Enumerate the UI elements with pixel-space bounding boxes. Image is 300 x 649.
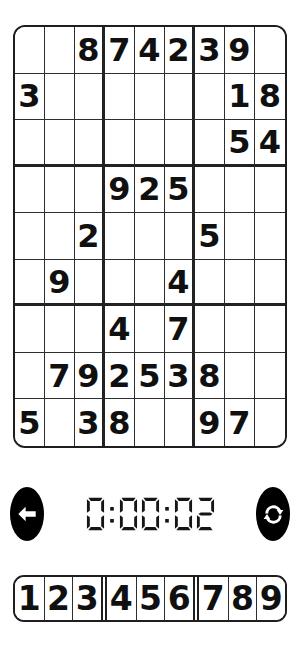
cell-r2c5[interactable] [135,74,165,121]
number-pad: 123456789 [13,575,287,622]
cell-r4c7[interactable] [195,167,225,214]
cell-r7c1[interactable] [15,306,45,353]
cell-r5c6[interactable] [165,213,195,260]
cell-r9c6[interactable] [165,399,195,446]
cell-r2c1[interactable]: 3 [15,74,45,121]
cell-r9c4[interactable]: 8 [105,399,135,446]
cell-r3c9[interactable]: 4 [255,120,285,167]
cell-r5c3[interactable]: 2 [75,213,105,260]
cell-r6c2[interactable]: 9 [45,260,75,307]
cell-r7c5[interactable] [135,306,165,353]
cell-r7c7[interactable] [195,306,225,353]
cell-r2c8[interactable]: 1 [225,74,255,121]
numpad-key-6[interactable]: 6 [164,577,193,620]
cell-r8c4[interactable]: 2 [105,353,135,400]
cell-r6c5[interactable] [135,260,165,307]
cell-r9c5[interactable] [135,399,165,446]
numpad-key-4[interactable]: 4 [107,577,136,620]
cell-r2c2[interactable] [45,74,75,121]
cell-r3c3[interactable] [75,120,105,167]
cell-r4c8[interactable] [225,167,255,214]
cell-r9c8[interactable]: 7 [225,399,255,446]
numpad-key-5[interactable]: 5 [136,577,165,620]
cell-r6c9[interactable] [255,260,285,307]
cell-r1c4[interactable]: 7 [105,27,135,74]
cell-r9c9[interactable] [255,399,285,446]
cell-r3c5[interactable] [135,120,165,167]
timer-digit-2 [196,496,215,532]
sudoku-app-screen: 8742393185492525944779253853897 0:00:02 … [0,0,300,649]
cell-r6c1[interactable] [15,260,45,307]
cell-r9c1[interactable]: 5 [15,399,45,446]
cell-r7c4[interactable]: 4 [105,306,135,353]
cell-r2c9[interactable]: 8 [255,74,285,121]
cell-r1c9[interactable] [255,27,285,74]
cell-r8c7[interactable]: 8 [195,353,225,400]
cell-r2c3[interactable] [75,74,105,121]
cell-r4c6[interactable]: 5 [165,167,195,214]
numpad-key-1[interactable]: 1 [15,577,44,620]
cell-r4c1[interactable] [15,167,45,214]
cell-r5c4[interactable] [105,213,135,260]
refresh-button[interactable] [256,487,290,541]
cell-r4c2[interactable] [45,167,75,214]
numpad-key-7[interactable]: 7 [199,577,228,620]
timer-digit-0 [86,496,105,532]
cell-r9c2[interactable] [45,399,75,446]
cell-r8c5[interactable]: 5 [135,353,165,400]
cell-r6c8[interactable] [225,260,255,307]
cell-r8c2[interactable]: 7 [45,353,75,400]
numpad-key-9[interactable]: 9 [256,577,285,620]
cell-r5c1[interactable] [15,213,45,260]
cell-r4c3[interactable] [75,167,105,214]
cell-r8c8[interactable] [225,353,255,400]
cell-r7c3[interactable] [75,306,105,353]
cell-r3c6[interactable] [165,120,195,167]
cell-r6c7[interactable] [195,260,225,307]
cell-r3c2[interactable] [45,120,75,167]
cell-r5c8[interactable] [225,213,255,260]
cell-r5c9[interactable] [255,213,285,260]
timer-display: 0:00:02 [86,496,215,532]
timer-colon [108,496,116,532]
cell-r3c7[interactable] [195,120,225,167]
cell-r4c4[interactable]: 9 [105,167,135,214]
cell-r6c4[interactable] [105,260,135,307]
cell-r7c2[interactable] [45,306,75,353]
cell-r9c7[interactable]: 9 [195,399,225,446]
cell-r2c7[interactable] [195,74,225,121]
cell-r1c8[interactable]: 9 [225,27,255,74]
cell-r3c4[interactable] [105,120,135,167]
cell-r4c5[interactable]: 2 [135,167,165,214]
numpad-group-3: 789 [197,577,285,620]
cell-r1c5[interactable]: 4 [135,27,165,74]
cell-r6c3[interactable] [75,260,105,307]
timer-digit-0 [174,496,193,532]
refresh-icon [262,503,285,526]
cell-r3c1[interactable] [15,120,45,167]
control-bar: 0:00:02 [10,487,290,541]
cell-r7c8[interactable] [225,306,255,353]
timer-digit-0 [141,496,160,532]
cell-r3c8[interactable]: 5 [225,120,255,167]
cell-r1c2[interactable] [45,27,75,74]
cell-r2c6[interactable] [165,74,195,121]
cell-r8c6[interactable]: 3 [165,353,195,400]
back-button[interactable] [10,487,44,541]
timer-colon [163,496,171,532]
cell-r7c9[interactable] [255,306,285,353]
cell-r5c5[interactable] [135,213,165,260]
numpad-key-2[interactable]: 2 [44,577,73,620]
cell-r9c3[interactable]: 3 [75,399,105,446]
numpad-group-2: 456 [105,577,195,620]
numpad-group-1: 123 [15,577,103,620]
cell-r4c9[interactable] [255,167,285,214]
left-arrow-icon [16,503,38,525]
cell-r8c3[interactable]: 9 [75,353,105,400]
cell-r5c7[interactable]: 5 [195,213,225,260]
cell-r7c6[interactable]: 7 [165,306,195,353]
cell-r6c6[interactable]: 4 [165,260,195,307]
cell-r8c9[interactable] [255,353,285,400]
numpad-key-8[interactable]: 8 [228,577,257,620]
timer-digit-0 [119,496,138,532]
numpad-key-3[interactable]: 3 [72,577,101,620]
cell-r1c7[interactable]: 3 [195,27,225,74]
cell-r5c2[interactable] [45,213,75,260]
cell-r2c4[interactable] [105,74,135,121]
cell-r1c1[interactable] [15,27,45,74]
cell-r1c6[interactable]: 2 [165,27,195,74]
sudoku-board: 8742393185492525944779253853897 [13,25,287,448]
cell-r8c1[interactable] [15,353,45,400]
cell-r1c3[interactable]: 8 [75,27,105,74]
